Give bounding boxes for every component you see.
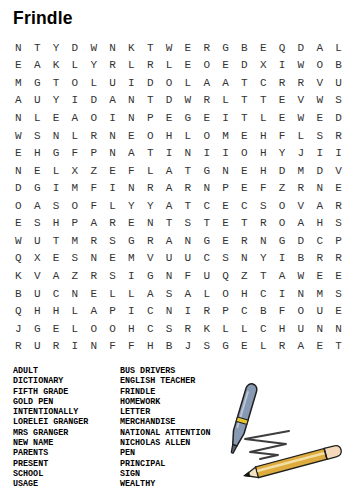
grid-cell[interactable]: M	[66, 179, 85, 197]
grid-cell[interactable]: O	[235, 144, 254, 162]
grid-cell[interactable]: S	[47, 197, 66, 215]
grid-cell[interactable]: K	[197, 320, 216, 338]
grid-cell[interactable]: S	[179, 215, 198, 233]
grid-cell[interactable]: W	[160, 39, 179, 57]
grid-cell[interactable]: N	[103, 144, 122, 162]
grid-cell[interactable]: O	[9, 197, 28, 215]
grid-cell[interactable]: F	[273, 302, 292, 320]
grid-cell[interactable]: E	[197, 109, 216, 127]
grid-cell[interactable]: T	[47, 232, 66, 250]
grid-cell[interactable]: Y	[47, 92, 66, 110]
grid-cell[interactable]: E	[216, 57, 235, 75]
grid-cell[interactable]: K	[9, 267, 28, 285]
grid-cell[interactable]: V	[292, 92, 311, 110]
grid-cell[interactable]: C	[254, 285, 273, 303]
grid-cell[interactable]: E	[216, 197, 235, 215]
grid-cell[interactable]: R	[84, 267, 103, 285]
grid-cell[interactable]: M	[9, 74, 28, 92]
grid-cell[interactable]: I	[310, 144, 329, 162]
grid-cell[interactable]: F	[122, 162, 141, 180]
grid-cell[interactable]: A	[84, 302, 103, 320]
grid-cell[interactable]: T	[235, 109, 254, 127]
grid-cell[interactable]: G	[122, 232, 141, 250]
grid-cell[interactable]: W	[9, 127, 28, 145]
grid-cell[interactable]: N	[84, 250, 103, 268]
grid-cell[interactable]: H	[28, 144, 47, 162]
grid-cell[interactable]: E	[103, 162, 122, 180]
grid-cell[interactable]: N	[310, 320, 329, 338]
grid-cell[interactable]: R	[273, 74, 292, 92]
grid-cell[interactable]: T	[141, 39, 160, 57]
grid-cell[interactable]: L	[103, 197, 122, 215]
grid-cell[interactable]: Q	[9, 302, 28, 320]
grid-cell[interactable]: R	[197, 302, 216, 320]
grid-cell[interactable]: V	[28, 267, 47, 285]
grid-cell[interactable]: C	[254, 320, 273, 338]
grid-cell[interactable]: D	[310, 162, 329, 180]
grid-cell[interactable]: D	[292, 232, 311, 250]
grid-cell[interactable]: I	[47, 179, 66, 197]
grid-cell[interactable]: E	[28, 162, 47, 180]
grid-cell[interactable]: R	[141, 57, 160, 75]
grid-cell[interactable]: F	[84, 179, 103, 197]
grid-cell[interactable]: W	[310, 92, 329, 110]
grid-cell[interactable]: G	[216, 39, 235, 57]
grid-cell[interactable]: Y	[122, 197, 141, 215]
grid-cell[interactable]: B	[160, 337, 179, 355]
grid-cell[interactable]: Z	[235, 267, 254, 285]
grid-cell[interactable]: E	[122, 127, 141, 145]
grid-cell[interactable]: X	[28, 250, 47, 268]
grid-cell[interactable]: S	[103, 232, 122, 250]
grid-cell[interactable]: S	[66, 250, 85, 268]
grid-cell[interactable]: P	[329, 232, 348, 250]
grid-cell[interactable]: R	[141, 179, 160, 197]
grid-cell[interactable]: E	[235, 179, 254, 197]
grid-cell[interactable]: R	[197, 39, 216, 57]
grid-cell[interactable]: A	[28, 57, 47, 75]
grid-cell[interactable]: H	[28, 302, 47, 320]
grid-cell[interactable]: P	[216, 179, 235, 197]
grid-cell[interactable]: L	[66, 320, 85, 338]
grid-cell[interactable]: P	[103, 302, 122, 320]
grid-cell[interactable]: N	[9, 39, 28, 57]
grid-cell[interactable]: G	[216, 337, 235, 355]
grid-cell[interactable]: R	[103, 215, 122, 233]
grid-cell[interactable]: N	[216, 162, 235, 180]
grid-cell[interactable]: U	[292, 320, 311, 338]
grid-cell[interactable]: U	[28, 337, 47, 355]
grid-cell[interactable]: H	[47, 215, 66, 233]
grid-cell[interactable]: A	[66, 109, 85, 127]
grid-cell[interactable]: B	[329, 57, 348, 75]
grid-cell[interactable]: U	[197, 267, 216, 285]
grid-cell[interactable]: T	[28, 39, 47, 57]
grid-cell[interactable]: M	[292, 162, 311, 180]
grid-cell[interactable]: V	[292, 197, 311, 215]
grid-cell[interactable]: N	[9, 109, 28, 127]
grid-cell[interactable]: I	[216, 144, 235, 162]
grid-cell[interactable]: L	[47, 162, 66, 180]
grid-cell[interactable]: T	[254, 267, 273, 285]
grid-cell[interactable]: E	[9, 215, 28, 233]
grid-cell[interactable]: E	[160, 109, 179, 127]
grid-cell[interactable]: S	[28, 127, 47, 145]
grid-cell[interactable]: F	[254, 179, 273, 197]
grid-cell[interactable]: E	[122, 215, 141, 233]
grid-cell[interactable]: A	[160, 197, 179, 215]
grid-cell[interactable]: N	[122, 179, 141, 197]
grid-cell[interactable]: K	[47, 57, 66, 75]
grid-cell[interactable]: D	[329, 109, 348, 127]
grid-cell[interactable]: I	[122, 267, 141, 285]
grid-cell[interactable]: N	[329, 320, 348, 338]
grid-cell[interactable]: N	[122, 109, 141, 127]
grid-cell[interactable]: D	[160, 92, 179, 110]
grid-cell[interactable]: G	[28, 74, 47, 92]
grid-cell[interactable]: O	[84, 109, 103, 127]
grid-cell[interactable]: N	[179, 144, 198, 162]
grid-cell[interactable]: I	[216, 109, 235, 127]
grid-cell[interactable]: E	[235, 127, 254, 145]
grid-cell[interactable]: D	[84, 92, 103, 110]
grid-cell[interactable]: X	[254, 57, 273, 75]
grid-cell[interactable]: W	[179, 92, 198, 110]
grid-cell[interactable]: I	[103, 179, 122, 197]
grid-cell[interactable]: C	[235, 302, 254, 320]
grid-cell[interactable]: L	[28, 109, 47, 127]
grid-cell[interactable]: M	[216, 127, 235, 145]
grid-cell[interactable]: O	[197, 57, 216, 75]
grid-cell[interactable]: T	[179, 197, 198, 215]
grid-cell[interactable]: R	[329, 197, 348, 215]
grid-cell[interactable]: N	[292, 285, 311, 303]
grid-cell[interactable]: A	[216, 74, 235, 92]
grid-cell[interactable]: T	[329, 337, 348, 355]
grid-cell[interactable]: G	[141, 267, 160, 285]
grid-cell[interactable]: S	[160, 285, 179, 303]
grid-cell[interactable]: O	[273, 197, 292, 215]
grid-cell[interactable]: H	[254, 127, 273, 145]
grid-cell[interactable]: A	[310, 197, 329, 215]
grid-cell[interactable]: L	[235, 320, 254, 338]
grid-cell[interactable]: E	[254, 39, 273, 57]
grid-cell[interactable]: I	[66, 92, 85, 110]
grid-cell[interactable]: E	[310, 337, 329, 355]
grid-cell[interactable]: C	[141, 302, 160, 320]
grid-cell[interactable]: C	[235, 197, 254, 215]
grid-cell[interactable]: R	[47, 337, 66, 355]
grid-cell[interactable]: V	[329, 162, 348, 180]
grid-cell[interactable]: T	[235, 74, 254, 92]
grid-cell[interactable]: O	[216, 285, 235, 303]
grid-cell[interactable]: A	[9, 92, 28, 110]
grid-cell[interactable]: G	[273, 232, 292, 250]
grid-cell[interactable]: S	[254, 197, 273, 215]
grid-cell[interactable]: C	[254, 74, 273, 92]
grid-cell[interactable]: E	[9, 144, 28, 162]
grid-cell[interactable]: C	[47, 285, 66, 303]
grid-cell[interactable]: N	[141, 215, 160, 233]
grid-cell[interactable]: R	[329, 127, 348, 145]
grid-cell[interactable]: C	[197, 197, 216, 215]
grid-cell[interactable]: R	[141, 232, 160, 250]
grid-cell[interactable]: D	[141, 74, 160, 92]
grid-cell[interactable]: E	[235, 337, 254, 355]
grid-cell[interactable]: L	[66, 127, 85, 145]
grid-cell[interactable]: R	[197, 92, 216, 110]
grid-cell[interactable]: L	[84, 74, 103, 92]
grid-cell[interactable]: A	[292, 215, 311, 233]
grid-cell[interactable]: A	[197, 74, 216, 92]
grid-cell[interactable]: A	[310, 39, 329, 57]
grid-cell[interactable]: U	[28, 232, 47, 250]
grid-cell[interactable]: H	[160, 127, 179, 145]
grid-cell[interactable]: N	[9, 162, 28, 180]
grid-cell[interactable]: Z	[84, 162, 103, 180]
grid-cell[interactable]: N	[47, 127, 66, 145]
grid-cell[interactable]: A	[122, 144, 141, 162]
grid-cell[interactable]: H	[254, 144, 273, 162]
grid-cell[interactable]: V	[310, 74, 329, 92]
grid-cell[interactable]: E	[310, 267, 329, 285]
grid-cell[interactable]: Y	[84, 57, 103, 75]
grid-cell[interactable]: Y	[273, 144, 292, 162]
grid-cell[interactable]: R	[84, 127, 103, 145]
grid-cell[interactable]: E	[103, 250, 122, 268]
grid-cell[interactable]: V	[141, 250, 160, 268]
grid-cell[interactable]: A	[160, 232, 179, 250]
grid-cell[interactable]: E	[179, 39, 198, 57]
grid-cell[interactable]: R	[235, 232, 254, 250]
grid-cell[interactable]: E	[329, 267, 348, 285]
grid-cell[interactable]: Z	[66, 267, 85, 285]
grid-cell[interactable]: R	[292, 74, 311, 92]
grid-cell[interactable]: O	[310, 57, 329, 75]
grid-cell[interactable]: E	[47, 109, 66, 127]
grid-cell[interactable]: Y	[47, 39, 66, 57]
grid-cell[interactable]: I	[122, 74, 141, 92]
grid-cell[interactable]: I	[179, 302, 198, 320]
grid-cell[interactable]: O	[197, 127, 216, 145]
grid-cell[interactable]: L	[216, 320, 235, 338]
grid-cell[interactable]: U	[28, 285, 47, 303]
grid-cell[interactable]: Q	[9, 250, 28, 268]
grid-cell[interactable]: O	[84, 320, 103, 338]
grid-cell[interactable]: S	[197, 337, 216, 355]
grid-cell[interactable]: E	[329, 179, 348, 197]
grid-cell[interactable]: N	[254, 232, 273, 250]
grid-cell[interactable]: U	[103, 74, 122, 92]
grid-cell[interactable]: E	[235, 162, 254, 180]
grid-cell[interactable]: N	[84, 337, 103, 355]
grid-cell[interactable]: D	[9, 179, 28, 197]
grid-cell[interactable]: H	[47, 302, 66, 320]
grid-cell[interactable]: T	[47, 74, 66, 92]
grid-cell[interactable]: A	[84, 215, 103, 233]
grid-cell[interactable]: S	[160, 320, 179, 338]
grid-cell[interactable]: T	[235, 215, 254, 233]
grid-cell[interactable]: Q	[273, 39, 292, 57]
grid-cell[interactable]: P	[84, 144, 103, 162]
grid-cell[interactable]: L	[216, 92, 235, 110]
grid-cell[interactable]: W	[292, 109, 311, 127]
grid-cell[interactable]: L	[179, 74, 198, 92]
grid-cell[interactable]: E	[9, 57, 28, 75]
grid-cell[interactable]: N	[103, 127, 122, 145]
grid-cell[interactable]: H	[235, 285, 254, 303]
grid-cell[interactable]: O	[103, 320, 122, 338]
grid-cell[interactable]: R	[84, 232, 103, 250]
grid-cell[interactable]: O	[292, 302, 311, 320]
grid-cell[interactable]: U	[329, 74, 348, 92]
grid-cell[interactable]: R	[103, 57, 122, 75]
grid-cell[interactable]: L	[103, 285, 122, 303]
grid-cell[interactable]: R	[292, 179, 311, 197]
grid-cell[interactable]: D	[292, 39, 311, 57]
grid-cell[interactable]: G	[28, 179, 47, 197]
grid-cell[interactable]: S	[329, 285, 348, 303]
grid-cell[interactable]: J	[292, 144, 311, 162]
grid-cell[interactable]: L	[141, 162, 160, 180]
grid-cell[interactable]: M	[66, 232, 85, 250]
grid-cell[interactable]: R	[9, 337, 28, 355]
grid-cell[interactable]: I	[122, 302, 141, 320]
grid-cell[interactable]: N	[160, 267, 179, 285]
grid-cell[interactable]: H	[273, 320, 292, 338]
grid-cell[interactable]: N	[66, 285, 85, 303]
grid-cell[interactable]: U	[179, 250, 198, 268]
grid-cell[interactable]: O	[141, 127, 160, 145]
grid-cell[interactable]: L	[160, 57, 179, 75]
grid-cell[interactable]: B	[235, 39, 254, 57]
grid-cell[interactable]: E	[84, 285, 103, 303]
grid-cell[interactable]: C	[310, 232, 329, 250]
grid-cell[interactable]: M	[122, 250, 141, 268]
grid-cell[interactable]: I	[273, 285, 292, 303]
grid-cell[interactable]: B	[292, 250, 311, 268]
grid-cell[interactable]: W	[9, 232, 28, 250]
grid-cell[interactable]: S	[216, 250, 235, 268]
grid-cell[interactable]: E	[179, 57, 198, 75]
grid-cell[interactable]: A	[273, 267, 292, 285]
grid-cell[interactable]: H	[310, 215, 329, 233]
grid-cell[interactable]: L	[66, 302, 85, 320]
grid-cell[interactable]: H	[122, 320, 141, 338]
grid-cell[interactable]: F	[122, 337, 141, 355]
grid-cell[interactable]: Q	[216, 267, 235, 285]
grid-cell[interactable]: G	[197, 232, 216, 250]
grid-cell[interactable]: M	[310, 285, 329, 303]
grid-cell[interactable]: T	[197, 215, 216, 233]
grid-cell[interactable]: N	[197, 179, 216, 197]
grid-cell[interactable]: E	[329, 302, 348, 320]
grid-cell[interactable]: R	[329, 250, 348, 268]
grid-cell[interactable]: N	[160, 302, 179, 320]
grid-cell[interactable]: A	[28, 197, 47, 215]
grid-cell[interactable]: E	[216, 232, 235, 250]
grid-cell[interactable]: U	[160, 250, 179, 268]
grid-cell[interactable]: B	[9, 285, 28, 303]
grid-cell[interactable]: T	[141, 92, 160, 110]
grid-cell[interactable]: I	[160, 144, 179, 162]
grid-cell[interactable]: D	[66, 39, 85, 57]
grid-cell[interactable]: E	[273, 92, 292, 110]
grid-cell[interactable]: C	[141, 320, 160, 338]
grid-cell[interactable]: O	[160, 74, 179, 92]
grid-cell[interactable]: G	[28, 320, 47, 338]
grid-cell[interactable]: S	[329, 92, 348, 110]
grid-cell[interactable]: R	[273, 337, 292, 355]
grid-cell[interactable]: O	[66, 197, 85, 215]
grid-cell[interactable]: R	[179, 320, 198, 338]
grid-cell[interactable]: X	[66, 162, 85, 180]
grid-cell[interactable]: A	[179, 285, 198, 303]
grid-cell[interactable]: B	[254, 302, 273, 320]
grid-cell[interactable]: A	[103, 92, 122, 110]
grid-cell[interactable]: N	[235, 250, 254, 268]
grid-cell[interactable]: L	[292, 127, 311, 145]
grid-cell[interactable]: L	[254, 109, 273, 127]
grid-cell[interactable]: O	[66, 74, 85, 92]
grid-cell[interactable]: F	[66, 144, 85, 162]
grid-cell[interactable]: T	[254, 92, 273, 110]
grid-cell[interactable]: F	[179, 267, 198, 285]
grid-cell[interactable]: N	[310, 179, 329, 197]
grid-cell[interactable]: L	[66, 57, 85, 75]
grid-cell[interactable]: W	[292, 57, 311, 75]
grid-cell[interactable]: I	[273, 250, 292, 268]
grid-cell[interactable]: S	[103, 267, 122, 285]
grid-cell[interactable]: A	[160, 162, 179, 180]
grid-cell[interactable]: R	[179, 179, 198, 197]
grid-cell[interactable]: P	[66, 215, 85, 233]
grid-cell[interactable]: C	[197, 250, 216, 268]
grid-cell[interactable]: F	[273, 127, 292, 145]
grid-cell[interactable]: D	[273, 162, 292, 180]
grid-cell[interactable]: A	[292, 337, 311, 355]
grid-cell[interactable]: T	[141, 144, 160, 162]
grid-cell[interactable]: L	[122, 285, 141, 303]
grid-cell[interactable]: E	[47, 320, 66, 338]
grid-cell[interactable]: L	[197, 285, 216, 303]
grid-cell[interactable]: G	[47, 144, 66, 162]
grid-cell[interactable]: I	[329, 144, 348, 162]
grid-cell[interactable]: S	[329, 215, 348, 233]
grid-cell[interactable]: K	[122, 39, 141, 57]
grid-cell[interactable]: O	[273, 215, 292, 233]
grid-cell[interactable]: L	[254, 337, 273, 355]
grid-cell[interactable]: G	[179, 109, 198, 127]
grid-cell[interactable]: W	[84, 39, 103, 57]
grid-cell[interactable]: I	[66, 337, 85, 355]
grid-cell[interactable]: L	[179, 127, 198, 145]
grid-cell[interactable]: E	[216, 215, 235, 233]
grid-cell[interactable]: L	[329, 39, 348, 57]
grid-cell[interactable]: H	[141, 337, 160, 355]
grid-cell[interactable]: P	[141, 109, 160, 127]
grid-cell[interactable]: F	[84, 197, 103, 215]
grid-cell[interactable]: S	[28, 215, 47, 233]
grid-cell[interactable]: H	[254, 162, 273, 180]
grid-cell[interactable]: I	[197, 144, 216, 162]
grid-cell[interactable]: T	[179, 162, 198, 180]
grid-cell[interactable]: E	[47, 250, 66, 268]
grid-cell[interactable]: I	[273, 57, 292, 75]
grid-cell[interactable]: A	[47, 267, 66, 285]
grid-cell[interactable]: Z	[273, 179, 292, 197]
grid-cell[interactable]: E	[310, 109, 329, 127]
